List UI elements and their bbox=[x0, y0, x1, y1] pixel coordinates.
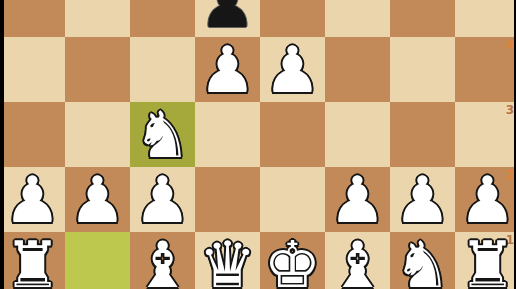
rank-label-3: 3 bbox=[506, 104, 514, 116]
square-g4[interactable] bbox=[390, 37, 455, 102]
square-a3[interactable] bbox=[0, 102, 65, 167]
square-e5[interactable] bbox=[260, 0, 325, 37]
square-h3[interactable]: 3 bbox=[455, 102, 516, 167]
square-f3[interactable] bbox=[325, 102, 390, 167]
square-h1[interactable]: 1h♜ bbox=[455, 232, 516, 289]
piece-wR-a1[interactable]: ♜ bbox=[0, 232, 65, 289]
rank-label-4: 4 bbox=[506, 39, 514, 51]
square-a1[interactable]: a♜ bbox=[0, 232, 65, 289]
piece-wB-f1[interactable]: ♝ bbox=[325, 232, 390, 289]
piece-wP-h2[interactable]: ♟ bbox=[455, 167, 516, 232]
square-g1[interactable]: g♞ bbox=[390, 232, 455, 289]
square-b4[interactable] bbox=[65, 37, 130, 102]
square-b3[interactable] bbox=[65, 102, 130, 167]
square-c4[interactable] bbox=[130, 37, 195, 102]
square-g5[interactable] bbox=[390, 0, 455, 37]
square-d3[interactable] bbox=[195, 102, 260, 167]
chessboard: ♟♟♟4♞3♟♟♟♟♟2♟a♜bc♝d♛e♚f♝g♞1h♜ bbox=[0, 0, 516, 289]
piece-wN-g1[interactable]: ♞ bbox=[390, 232, 455, 289]
square-f2[interactable]: ♟ bbox=[325, 167, 390, 232]
square-b1[interactable]: b bbox=[65, 232, 130, 289]
square-h2[interactable]: 2♟ bbox=[455, 167, 516, 232]
piece-wP-g2[interactable]: ♟ bbox=[390, 167, 455, 232]
piece-bP-d5[interactable]: ♟ bbox=[195, 0, 260, 37]
square-f5[interactable] bbox=[325, 0, 390, 37]
square-g2[interactable]: ♟ bbox=[390, 167, 455, 232]
piece-wP-d4[interactable]: ♟ bbox=[195, 37, 260, 102]
piece-wP-b2[interactable]: ♟ bbox=[65, 167, 130, 232]
square-a5[interactable] bbox=[0, 0, 65, 37]
square-f1[interactable]: f♝ bbox=[325, 232, 390, 289]
square-d1[interactable]: d♛ bbox=[195, 232, 260, 289]
square-a4[interactable] bbox=[0, 37, 65, 102]
piece-wP-c2[interactable]: ♟ bbox=[130, 167, 195, 232]
square-c1[interactable]: c♝ bbox=[130, 232, 195, 289]
piece-wQ-d1[interactable]: ♛ bbox=[195, 232, 260, 289]
square-h4[interactable]: 4 bbox=[455, 37, 516, 102]
square-e4[interactable]: ♟ bbox=[260, 37, 325, 102]
square-d5[interactable]: ♟ bbox=[195, 0, 260, 37]
square-d2[interactable] bbox=[195, 167, 260, 232]
square-e1[interactable]: e♚ bbox=[260, 232, 325, 289]
piece-wP-e4[interactable]: ♟ bbox=[260, 37, 325, 102]
video-frame: ♟♟♟4♞3♟♟♟♟♟2♟a♜bc♝d♛e♚f♝g♞1h♜ bbox=[0, 0, 516, 289]
square-b5[interactable] bbox=[65, 0, 130, 37]
square-a2[interactable]: ♟ bbox=[0, 167, 65, 232]
square-c5[interactable] bbox=[130, 0, 195, 37]
piece-wK-e1[interactable]: ♚ bbox=[260, 232, 325, 289]
square-e2[interactable] bbox=[260, 167, 325, 232]
piece-wR-h1[interactable]: ♜ bbox=[455, 232, 516, 289]
piece-wB-c1[interactable]: ♝ bbox=[130, 232, 195, 289]
square-c2[interactable]: ♟ bbox=[130, 167, 195, 232]
square-b2[interactable]: ♟ bbox=[65, 167, 130, 232]
square-d4[interactable]: ♟ bbox=[195, 37, 260, 102]
piece-wP-a2[interactable]: ♟ bbox=[0, 167, 65, 232]
square-c3[interactable]: ♞ bbox=[130, 102, 195, 167]
square-h5[interactable] bbox=[455, 0, 516, 37]
letterbox-left bbox=[0, 0, 4, 289]
square-g3[interactable] bbox=[390, 102, 455, 167]
piece-wP-f2[interactable]: ♟ bbox=[325, 167, 390, 232]
piece-wN-c3[interactable]: ♞ bbox=[130, 102, 195, 167]
square-e3[interactable] bbox=[260, 102, 325, 167]
square-f4[interactable] bbox=[325, 37, 390, 102]
